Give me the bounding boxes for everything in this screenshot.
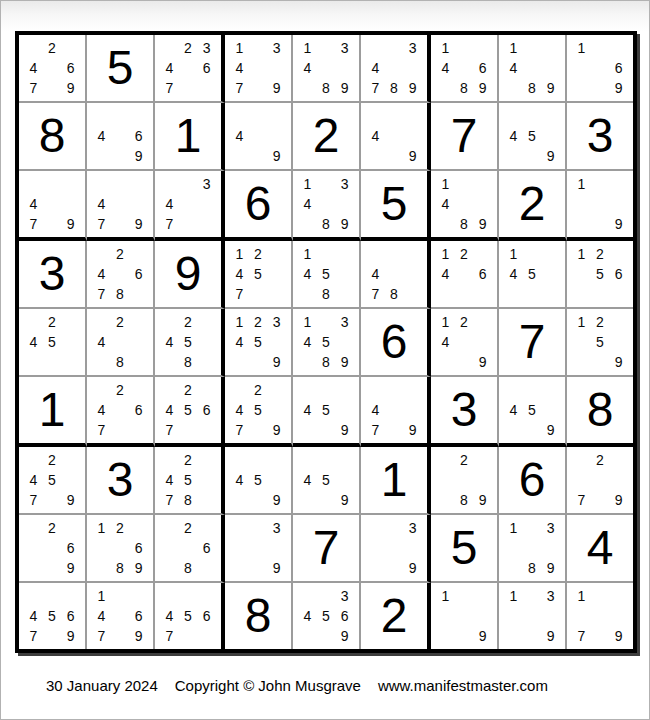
cell-r6c6[interactable]: 479	[361, 377, 431, 447]
cell-r6c8[interactable]: 459	[499, 377, 567, 447]
candidate-digit: 9	[129, 626, 148, 646]
cell-r3c2[interactable]: 479	[87, 171, 155, 241]
candidate-digit: 8	[455, 78, 474, 98]
candidate-empty	[24, 312, 43, 332]
candidate-digit: 2	[111, 312, 130, 332]
candidate-digit: 7	[160, 490, 179, 510]
cell-r1c9[interactable]: 169	[567, 35, 633, 103]
candidate-empty	[455, 352, 474, 372]
candidate-empty	[249, 126, 268, 146]
cell-r3c4[interactable]: 6	[225, 171, 293, 241]
candidate-empty	[572, 470, 591, 490]
cell-r2c3[interactable]: 1	[155, 103, 225, 171]
candidate-digit: 7	[160, 420, 179, 440]
candidate-empty	[473, 450, 492, 470]
candidate-empty	[298, 214, 317, 234]
candidate-digit: 3	[267, 312, 286, 332]
candidate-empty	[92, 106, 111, 126]
candidate-digit: 7	[24, 214, 43, 234]
cell-r8c2[interactable]: 12689	[87, 515, 155, 583]
candidate-empty	[24, 174, 43, 194]
candidate-digit: 2	[179, 38, 198, 58]
candidate-empty	[197, 332, 216, 352]
candidate-empty	[455, 284, 474, 304]
candidate-digit: 9	[541, 146, 560, 166]
candidate-empty	[111, 214, 130, 234]
candidate-empty	[61, 38, 80, 58]
candidate-digit: 8	[317, 284, 336, 304]
cell-r7c5[interactable]: 459	[293, 447, 361, 515]
cell-r1c5[interactable]: 13489	[293, 35, 361, 103]
candidate-empty	[317, 58, 336, 78]
candidate-digit: 6	[609, 58, 628, 78]
candidate-digit: 5	[43, 606, 62, 626]
candidate-digit: 8	[111, 558, 130, 578]
candidate-digit: 1	[436, 312, 455, 332]
cell-r3c7[interactable]: 1489	[431, 171, 499, 241]
candidate-empty	[129, 380, 148, 400]
cell-r5c2[interactable]: 248	[87, 309, 155, 377]
candidate-digit: 9	[61, 626, 80, 646]
cell-r9c7[interactable]: 19	[431, 583, 499, 649]
cell-r5c8[interactable]: 7	[499, 309, 567, 377]
cell-r1c4[interactable]: 13479	[225, 35, 293, 103]
cell-r5c5[interactable]: 134589	[293, 309, 361, 377]
cell-r4c6[interactable]: 478	[361, 241, 431, 309]
candidate-empty	[572, 352, 591, 372]
candidate-empty	[541, 244, 560, 264]
candidate-empty	[591, 284, 610, 304]
solved-digit: 7	[451, 112, 478, 160]
cell-r7c3[interactable]: 24578	[155, 447, 225, 515]
candidate-digit: 7	[160, 78, 179, 98]
cell-r2c5[interactable]: 2	[293, 103, 361, 171]
candidate-digit: 4	[160, 58, 179, 78]
candidate-empty	[317, 450, 336, 470]
candidate-empty	[61, 518, 80, 538]
candidate-empty	[366, 146, 385, 166]
candidate-empty	[179, 194, 198, 214]
candidate-empty	[92, 558, 111, 578]
candidate-empty	[473, 194, 492, 214]
candidate-digit: 9	[473, 352, 492, 372]
candidate-empty	[111, 400, 130, 420]
solved-digit: 5	[107, 44, 134, 92]
candidate-empty	[436, 78, 455, 98]
candidate-empty	[504, 606, 523, 626]
cell-r8c9[interactable]: 4	[567, 515, 633, 583]
cell-r6c4[interactable]: 24579	[225, 377, 293, 447]
candidate-empty	[385, 558, 404, 578]
cell-r2c2[interactable]: 469	[87, 103, 155, 171]
candidate-digit: 1	[436, 586, 455, 606]
candidate-digit: 5	[179, 470, 198, 490]
cell-r1c1[interactable]: 24679	[19, 35, 87, 103]
candidate-empty	[24, 518, 43, 538]
cell-r5c4[interactable]: 123459	[225, 309, 293, 377]
candidate-digit: 7	[572, 626, 591, 646]
candidate-empty	[335, 194, 354, 214]
candidate-digit: 7	[160, 626, 179, 646]
candidate-digit: 8	[179, 558, 198, 578]
candidate-empty	[249, 352, 268, 372]
candidate-empty	[523, 518, 542, 538]
cell-r4c8[interactable]: 145	[499, 241, 567, 309]
candidate-empty	[366, 538, 385, 558]
candidate-digit: 3	[335, 174, 354, 194]
candidate-digit: 1	[572, 312, 591, 332]
candidate-empty	[609, 332, 628, 352]
candidate-digit: 6	[61, 58, 80, 78]
candidate-digit: 2	[455, 244, 474, 264]
candidate-empty	[24, 538, 43, 558]
candidate-empty	[197, 490, 216, 510]
cell-r8c6[interactable]: 39	[361, 515, 431, 583]
candidate-digit: 4	[230, 470, 249, 490]
cell-r2c8[interactable]: 459	[499, 103, 567, 171]
candidate-digit: 6	[129, 126, 148, 146]
cell-r9c5[interactable]: 34569	[293, 583, 361, 649]
candidate-empty	[92, 538, 111, 558]
cell-r1c8[interactable]: 1489	[499, 35, 567, 103]
candidate-digit: 9	[61, 490, 80, 510]
solved-digit: 4	[587, 524, 614, 572]
candidate-digit: 9	[61, 558, 80, 578]
candidate-empty	[61, 450, 80, 470]
candidate-empty	[179, 174, 198, 194]
candidate-empty	[160, 450, 179, 470]
candidate-digit: 6	[197, 606, 216, 626]
cell-r1c2[interactable]: 5	[87, 35, 155, 103]
candidate-empty	[197, 352, 216, 372]
candidate-empty	[473, 606, 492, 626]
candidate-empty	[129, 284, 148, 304]
candidate-digit: 7	[24, 78, 43, 98]
candidate-digit: 4	[298, 264, 317, 284]
candidate-digit: 9	[267, 78, 286, 98]
candidate-empty	[455, 58, 474, 78]
candidate-digit: 3	[197, 38, 216, 58]
candidate-empty	[160, 538, 179, 558]
candidate-empty	[317, 380, 336, 400]
cell-r2c4[interactable]: 49	[225, 103, 293, 171]
solved-digit: 8	[39, 112, 66, 160]
candidate-digit: 9	[129, 214, 148, 234]
cell-r2c7[interactable]: 7	[431, 103, 499, 171]
candidate-digit: 1	[504, 244, 523, 264]
cell-r8c3[interactable]: 268	[155, 515, 225, 583]
footer: 30 January 2024 Copyright © John Musgrav…	[46, 677, 548, 694]
candidate-empty	[230, 518, 249, 538]
candidate-empty	[298, 380, 317, 400]
cell-r4c1[interactable]: 3	[19, 241, 87, 309]
solved-digit: 3	[107, 456, 134, 504]
candidate-digit: 4	[298, 332, 317, 352]
candidate-empty	[523, 284, 542, 304]
candidate-empty	[298, 450, 317, 470]
candidate-empty	[197, 558, 216, 578]
candidate-digit: 9	[335, 78, 354, 98]
candidate-empty	[609, 606, 628, 626]
candidate-empty	[43, 490, 62, 510]
candidate-digit: 3	[267, 518, 286, 538]
cell-r4c9[interactable]: 1256	[567, 241, 633, 309]
candidate-empty	[61, 174, 80, 194]
candidate-empty	[541, 58, 560, 78]
cell-r9c8[interactable]: 139	[499, 583, 567, 649]
candidate-digit: 1	[572, 38, 591, 58]
candidate-digit: 2	[179, 312, 198, 332]
cell-r3c6[interactable]: 5	[361, 171, 431, 241]
cell-r3c1[interactable]: 479	[19, 171, 87, 241]
cell-r8c1[interactable]: 269	[19, 515, 87, 583]
candidate-empty	[455, 626, 474, 646]
candidate-empty	[366, 106, 385, 126]
solved-digit: 2	[519, 180, 546, 228]
candidate-digit: 2	[111, 380, 130, 400]
candidate-empty	[129, 194, 148, 214]
candidate-empty	[335, 380, 354, 400]
candidate-empty	[24, 450, 43, 470]
candidate-empty	[609, 284, 628, 304]
candidate-empty	[92, 380, 111, 400]
cell-r9c6[interactable]: 2	[361, 583, 431, 649]
cell-r7c8[interactable]: 6	[499, 447, 567, 515]
candidate-digit: 8	[317, 352, 336, 372]
candidate-empty	[111, 606, 130, 626]
cell-r6c1[interactable]: 1	[19, 377, 87, 447]
candidate-digit: 6	[129, 538, 148, 558]
candidate-empty	[403, 380, 422, 400]
cell-r8c8[interactable]: 1389	[499, 515, 567, 583]
candidate-empty	[249, 490, 268, 510]
candidate-digit: 8	[111, 352, 130, 372]
cell-r6c3[interactable]: 24567	[155, 377, 225, 447]
candidate-digit: 8	[523, 78, 542, 98]
candidate-empty	[473, 38, 492, 58]
cell-r7c6[interactable]: 1	[361, 447, 431, 515]
candidate-digit: 1	[298, 244, 317, 264]
candidate-empty	[523, 626, 542, 646]
candidate-empty	[366, 380, 385, 400]
candidate-empty	[230, 380, 249, 400]
cell-r7c9[interactable]: 279	[567, 447, 633, 515]
candidate-empty	[249, 78, 268, 98]
candidate-empty	[317, 490, 336, 510]
candidate-empty	[298, 284, 317, 304]
candidate-empty	[591, 606, 610, 626]
candidate-digit: 7	[92, 626, 111, 646]
cell-r7c2[interactable]: 3	[87, 447, 155, 515]
candidate-empty	[24, 558, 43, 578]
cell-r8c5[interactable]: 7	[293, 515, 361, 583]
candidate-digit: 9	[609, 626, 628, 646]
cell-r5c3[interactable]: 2458	[155, 309, 225, 377]
candidate-digit: 9	[403, 558, 422, 578]
cell-r8c7[interactable]: 5	[431, 515, 499, 583]
candidate-digit: 9	[267, 420, 286, 440]
cell-r2c6[interactable]: 49	[361, 103, 431, 171]
candidate-empty	[591, 214, 610, 234]
cell-r1c3[interactable]: 23467	[155, 35, 225, 103]
candidate-empty	[455, 38, 474, 58]
cell-r6c5[interactable]: 459	[293, 377, 361, 447]
candidate-digit: 5	[249, 264, 268, 284]
cell-r3c8[interactable]: 2	[499, 171, 567, 241]
candidate-empty	[436, 352, 455, 372]
candidate-empty	[197, 380, 216, 400]
candidate-digit: 4	[92, 332, 111, 352]
candidate-empty	[541, 106, 560, 126]
candidate-digit: 9	[335, 490, 354, 510]
cell-r3c3[interactable]: 347	[155, 171, 225, 241]
candidate-digit: 9	[335, 626, 354, 646]
cell-r6c9[interactable]: 8	[567, 377, 633, 447]
candidate-digit: 4	[436, 332, 455, 352]
candidate-empty	[197, 518, 216, 538]
candidate-digit: 8	[179, 490, 198, 510]
candidate-digit: 5	[317, 332, 336, 352]
cell-r3c5[interactable]: 13489	[293, 171, 361, 241]
candidate-empty	[111, 538, 130, 558]
candidate-empty	[572, 332, 591, 352]
candidate-empty	[43, 558, 62, 578]
candidate-empty	[504, 538, 523, 558]
candidate-empty	[591, 586, 610, 606]
candidate-empty	[473, 244, 492, 264]
candidate-digit: 2	[455, 450, 474, 470]
sudoku-grid: 2467952346713479134893478914689148916984…	[15, 31, 637, 653]
candidate-empty	[609, 450, 628, 470]
cell-r7c7[interactable]: 289	[431, 447, 499, 515]
cell-r1c7[interactable]: 14689	[431, 35, 499, 103]
cell-r7c4[interactable]: 459	[225, 447, 293, 515]
candidate-empty	[111, 626, 130, 646]
candidate-empty	[43, 214, 62, 234]
candidate-digit: 6	[129, 606, 148, 626]
candidate-digit: 3	[267, 38, 286, 58]
candidate-empty	[385, 264, 404, 284]
candidate-empty	[385, 244, 404, 264]
candidate-empty	[403, 264, 422, 284]
candidate-digit: 9	[541, 558, 560, 578]
cell-r5c9[interactable]: 1259	[567, 309, 633, 377]
candidate-empty	[129, 312, 148, 332]
cell-r4c4[interactable]: 12457	[225, 241, 293, 309]
candidate-empty	[572, 284, 591, 304]
cell-r9c3[interactable]: 4567	[155, 583, 225, 649]
candidate-empty	[473, 470, 492, 490]
candidate-empty	[230, 450, 249, 470]
candidate-digit: 9	[129, 558, 148, 578]
candidate-digit: 8	[385, 284, 404, 304]
cell-r5c7[interactable]: 1249	[431, 309, 499, 377]
candidate-digit: 2	[111, 244, 130, 264]
candidate-empty	[473, 332, 492, 352]
candidate-digit: 7	[230, 78, 249, 98]
candidate-empty	[436, 214, 455, 234]
candidate-empty	[267, 106, 286, 126]
cell-r5c6[interactable]: 6	[361, 309, 431, 377]
candidate-digit: 9	[473, 214, 492, 234]
candidate-empty	[249, 38, 268, 58]
candidate-empty	[43, 538, 62, 558]
candidate-empty	[179, 420, 198, 440]
cell-r8c4[interactable]: 39	[225, 515, 293, 583]
candidate-empty	[403, 538, 422, 558]
candidate-empty	[523, 58, 542, 78]
cell-r9c1[interactable]: 45679	[19, 583, 87, 649]
cell-r2c1[interactable]: 8	[19, 103, 87, 171]
cell-r9c9[interactable]: 179	[567, 583, 633, 649]
candidate-empty	[541, 264, 560, 284]
candidate-empty	[24, 38, 43, 58]
cell-r2c9[interactable]: 3	[567, 103, 633, 171]
candidate-digit: 9	[267, 352, 286, 372]
candidate-digit: 9	[61, 78, 80, 98]
candidate-empty	[572, 194, 591, 214]
candidate-digit: 4	[504, 58, 523, 78]
candidate-digit: 4	[24, 194, 43, 214]
candidate-empty	[197, 626, 216, 646]
candidate-digit: 2	[591, 244, 610, 264]
candidate-digit: 2	[591, 450, 610, 470]
candidate-digit: 4	[436, 194, 455, 214]
candidate-digit: 2	[179, 518, 198, 538]
candidate-digit: 5	[317, 606, 336, 626]
candidate-digit: 1	[92, 518, 111, 538]
candidate-empty	[129, 586, 148, 606]
cell-r4c2[interactable]: 24678	[87, 241, 155, 309]
cell-r4c3[interactable]: 9	[155, 241, 225, 309]
solved-digit: 3	[587, 112, 614, 160]
cell-r1c6[interactable]: 34789	[361, 35, 431, 103]
candidate-digit: 9	[267, 558, 286, 578]
cell-r7c1[interactable]: 24579	[19, 447, 87, 515]
candidate-empty	[504, 626, 523, 646]
candidate-empty	[436, 470, 455, 490]
candidate-empty	[129, 518, 148, 538]
candidate-empty	[385, 400, 404, 420]
candidate-digit: 2	[455, 312, 474, 332]
cell-r4c7[interactable]: 1246	[431, 241, 499, 309]
cell-r4c5[interactable]: 1458	[293, 241, 361, 309]
cell-r9c2[interactable]: 14679	[87, 583, 155, 649]
candidate-digit: 4	[436, 58, 455, 78]
candidate-digit: 4	[92, 606, 111, 626]
candidate-empty	[455, 606, 474, 626]
cell-r5c1[interactable]: 245	[19, 309, 87, 377]
cell-r3c9[interactable]: 19	[567, 171, 633, 241]
cell-r6c2[interactable]: 2467	[87, 377, 155, 447]
candidate-empty	[179, 214, 198, 234]
candidate-empty	[230, 146, 249, 166]
candidate-empty	[298, 352, 317, 372]
candidate-digit: 2	[591, 312, 610, 332]
candidate-digit: 5	[523, 264, 542, 284]
candidate-digit: 7	[230, 420, 249, 440]
candidate-empty	[43, 174, 62, 194]
footer-date: 30 January 2024	[46, 677, 158, 694]
cell-r6c7[interactable]: 3	[431, 377, 499, 447]
cell-r9c4[interactable]: 8	[225, 583, 293, 649]
candidate-empty	[541, 380, 560, 400]
candidate-empty	[61, 586, 80, 606]
candidate-digit: 9	[473, 78, 492, 98]
candidate-digit: 4	[160, 606, 179, 626]
candidate-digit: 9	[541, 420, 560, 440]
candidate-empty	[61, 312, 80, 332]
